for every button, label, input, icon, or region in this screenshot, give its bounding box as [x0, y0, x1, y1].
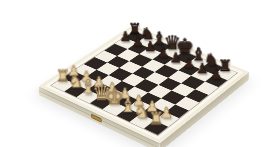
board-grid: ♜♞♝♛♚♝♞♜♟♟♟♟♟♟♟♟♟♟♟♟♟♟♟♟♜♞♝♛♚♝♞♜: [50, 30, 238, 135]
chess-board: ♜♞♝♛♚♝♞♜♟♟♟♟♟♟♟♟♟♟♟♟♟♟♟♟♜♞♝♛♚♝♞♜: [39, 25, 249, 143]
piece-black-pawn[interactable]: ♟: [196, 67, 236, 81]
piece-white-rook[interactable]: ♜: [134, 111, 177, 128]
brass-clasp-icon: [91, 114, 102, 123]
chess-set-photo: ♜♞♝♛♚♝♞♜♟♟♟♟♟♟♟♟♟♟♟♟♟♟♟♟♜♞♝♛♚♝♞♜: [0, 0, 280, 147]
